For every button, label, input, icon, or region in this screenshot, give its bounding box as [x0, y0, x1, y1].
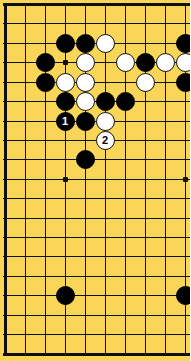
grid-line-horizontal: [3, 82, 190, 83]
go-stone-black: [76, 34, 95, 53]
go-stone-white: [136, 73, 155, 92]
grid-line-horizontal: [3, 218, 190, 219]
go-stone-black: [116, 92, 135, 111]
go-stone-black: [76, 150, 95, 169]
grid-line-horizontal: [3, 353, 190, 356]
go-stone-white: [76, 92, 95, 111]
go-diagram: 12: [0, 0, 190, 361]
go-stone-black: [76, 112, 95, 131]
grid-line-horizontal: [3, 198, 190, 199]
go-stone-white: [56, 73, 75, 92]
star-point: [63, 177, 68, 182]
grid-line-vertical: [25, 3, 26, 356]
go-stone-black: [36, 53, 55, 72]
go-stone-black: [36, 73, 55, 92]
go-stone-white: [96, 34, 115, 53]
grid-line-vertical: [105, 3, 106, 356]
move-number-label: 2: [102, 135, 108, 146]
grid-line-horizontal: [3, 237, 190, 238]
grid-line-horizontal: [3, 159, 190, 160]
go-stone-white: [116, 53, 135, 72]
go-stone-black: [176, 73, 191, 92]
grid-line-horizontal: [3, 3, 190, 6]
grid-line-horizontal: [3, 256, 190, 257]
grid-line-horizontal: [3, 23, 190, 24]
grid-line-horizontal: [3, 315, 190, 316]
go-stone-black-move-1: 1: [56, 112, 75, 131]
go-stone-black: [96, 92, 115, 111]
star-point: [63, 60, 68, 65]
go-stone-black: [176, 286, 191, 305]
go-stone-white: [156, 53, 175, 72]
move-number-label: 1: [62, 116, 68, 127]
go-stone-white: [96, 112, 115, 131]
grid-line-horizontal: [3, 179, 190, 180]
go-stone-white: [76, 53, 95, 72]
go-stone-white-move-2: 2: [96, 131, 115, 150]
go-stone-black: [56, 34, 75, 53]
grid-line-horizontal: [3, 295, 190, 296]
go-stone-white: [176, 53, 191, 72]
grid-line-vertical: [4, 3, 7, 356]
go-stone-black: [56, 92, 75, 111]
go-stone-white: [76, 73, 95, 92]
grid-line-horizontal: [3, 276, 190, 277]
go-stone-black: [56, 286, 75, 305]
go-board: 12: [0, 0, 190, 361]
go-stone-black: [176, 34, 191, 53]
go-stone-black: [136, 53, 155, 72]
star-point: [183, 177, 188, 182]
grid-line-horizontal: [3, 334, 190, 335]
